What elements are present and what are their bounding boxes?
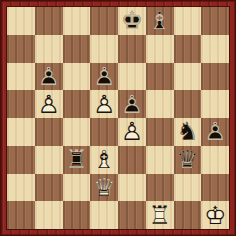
square-a3[interactable] bbox=[7, 146, 35, 174]
square-b6[interactable]: ♟♙ bbox=[35, 63, 63, 91]
square-c5[interactable] bbox=[63, 90, 91, 118]
square-b5[interactable]: ♟♙ bbox=[35, 90, 63, 118]
black-pawn: ♟♙ bbox=[118, 90, 146, 118]
square-f4[interactable] bbox=[146, 118, 174, 146]
square-d2[interactable]: ♛♕ bbox=[90, 174, 118, 202]
square-h4[interactable]: ♟♙ bbox=[201, 118, 229, 146]
square-e1[interactable] bbox=[118, 201, 146, 229]
square-f1[interactable]: ♜♖ bbox=[146, 201, 174, 229]
rook-glyph-outline: ♖ bbox=[146, 201, 174, 229]
square-e5[interactable]: ♟♙ bbox=[118, 90, 146, 118]
queen-glyph-outline: ♕ bbox=[174, 146, 202, 174]
square-d3[interactable]: ♝♗ bbox=[90, 146, 118, 174]
black-queen: ♛♕ bbox=[174, 146, 202, 174]
white-pawn: ♟♙ bbox=[118, 118, 146, 146]
square-c1[interactable] bbox=[63, 201, 91, 229]
square-a4[interactable] bbox=[7, 118, 35, 146]
square-f3[interactable] bbox=[146, 146, 174, 174]
square-c3[interactable]: ♜♖ bbox=[63, 146, 91, 174]
square-g1[interactable] bbox=[174, 201, 202, 229]
square-d8[interactable] bbox=[90, 7, 118, 35]
pawn-glyph-outline: ♙ bbox=[118, 118, 146, 146]
square-h1[interactable]: ♚♔ bbox=[201, 201, 229, 229]
black-rook: ♜♖ bbox=[63, 146, 91, 174]
square-g6[interactable] bbox=[174, 63, 202, 91]
square-h7[interactable] bbox=[201, 35, 229, 63]
square-b7[interactable] bbox=[35, 35, 63, 63]
square-d7[interactable] bbox=[90, 35, 118, 63]
pawn-glyph-outline: ♙ bbox=[201, 118, 229, 146]
knight-glyph-outline: ♘ bbox=[174, 118, 202, 146]
square-e3[interactable] bbox=[118, 146, 146, 174]
square-c6[interactable] bbox=[63, 63, 91, 91]
square-c7[interactable] bbox=[63, 35, 91, 63]
square-g4[interactable]: ♞♘ bbox=[174, 118, 202, 146]
pawn-glyph-outline: ♙ bbox=[118, 90, 146, 118]
square-c2[interactable] bbox=[63, 174, 91, 202]
pawn-glyph-outline: ♙ bbox=[35, 63, 63, 91]
king-glyph-outline: ♔ bbox=[118, 7, 146, 35]
board-frame: ♚♔♝♗♟♙♟♙♟♙♟♙♟♙♟♙♞♘♟♙♜♖♝♗♛♕♛♕♜♖♚♔ bbox=[0, 0, 236, 236]
square-f7[interactable] bbox=[146, 35, 174, 63]
square-f8[interactable]: ♝♗ bbox=[146, 7, 174, 35]
square-b8[interactable] bbox=[35, 7, 63, 35]
square-a7[interactable] bbox=[7, 35, 35, 63]
square-f2[interactable] bbox=[146, 174, 174, 202]
white-king: ♚♔ bbox=[201, 201, 229, 229]
square-g3[interactable]: ♛♕ bbox=[174, 146, 202, 174]
square-g7[interactable] bbox=[174, 35, 202, 63]
black-knight: ♞♘ bbox=[174, 118, 202, 146]
square-b2[interactable] bbox=[35, 174, 63, 202]
square-c8[interactable] bbox=[63, 7, 91, 35]
king-glyph-outline: ♔ bbox=[201, 201, 229, 229]
white-pawn: ♟♙ bbox=[90, 90, 118, 118]
square-a8[interactable] bbox=[7, 7, 35, 35]
black-pawn: ♟♙ bbox=[90, 63, 118, 91]
square-a2[interactable] bbox=[7, 174, 35, 202]
square-d4[interactable] bbox=[90, 118, 118, 146]
square-d5[interactable]: ♟♙ bbox=[90, 90, 118, 118]
white-bishop: ♝♗ bbox=[90, 146, 118, 174]
black-pawn: ♟♙ bbox=[201, 118, 229, 146]
black-pawn: ♟♙ bbox=[35, 63, 63, 91]
chess-board: ♚♔♝♗♟♙♟♙♟♙♟♙♟♙♟♙♞♘♟♙♜♖♝♗♛♕♛♕♜♖♚♔ bbox=[7, 7, 229, 229]
pawn-glyph-outline: ♙ bbox=[35, 90, 63, 118]
square-a6[interactable] bbox=[7, 63, 35, 91]
square-e7[interactable] bbox=[118, 35, 146, 63]
square-g8[interactable] bbox=[174, 7, 202, 35]
pawn-glyph-outline: ♙ bbox=[90, 63, 118, 91]
square-h6[interactable] bbox=[201, 63, 229, 91]
square-e6[interactable] bbox=[118, 63, 146, 91]
square-e8[interactable]: ♚♔ bbox=[118, 7, 146, 35]
square-b1[interactable] bbox=[35, 201, 63, 229]
square-h2[interactable] bbox=[201, 174, 229, 202]
white-queen: ♛♕ bbox=[90, 174, 118, 202]
square-h8[interactable] bbox=[201, 7, 229, 35]
square-g2[interactable] bbox=[174, 174, 202, 202]
square-c4[interactable] bbox=[63, 118, 91, 146]
white-pawn: ♟♙ bbox=[35, 90, 63, 118]
black-bishop: ♝♗ bbox=[146, 7, 174, 35]
square-e2[interactable] bbox=[118, 174, 146, 202]
square-g5[interactable] bbox=[174, 90, 202, 118]
bishop-glyph-outline: ♗ bbox=[146, 7, 174, 35]
pawn-glyph-outline: ♙ bbox=[90, 90, 118, 118]
bishop-glyph-outline: ♗ bbox=[90, 146, 118, 174]
queen-glyph-outline: ♕ bbox=[90, 174, 118, 202]
square-h3[interactable] bbox=[201, 146, 229, 174]
rook-glyph-outline: ♖ bbox=[63, 146, 91, 174]
square-h5[interactable] bbox=[201, 90, 229, 118]
black-king: ♚♔ bbox=[118, 7, 146, 35]
square-a5[interactable] bbox=[7, 90, 35, 118]
square-f6[interactable] bbox=[146, 63, 174, 91]
square-a1[interactable] bbox=[7, 201, 35, 229]
square-d6[interactable]: ♟♙ bbox=[90, 63, 118, 91]
square-e4[interactable]: ♟♙ bbox=[118, 118, 146, 146]
square-b4[interactable] bbox=[35, 118, 63, 146]
square-d1[interactable] bbox=[90, 201, 118, 229]
white-rook: ♜♖ bbox=[146, 201, 174, 229]
square-f5[interactable] bbox=[146, 90, 174, 118]
square-b3[interactable] bbox=[35, 146, 63, 174]
